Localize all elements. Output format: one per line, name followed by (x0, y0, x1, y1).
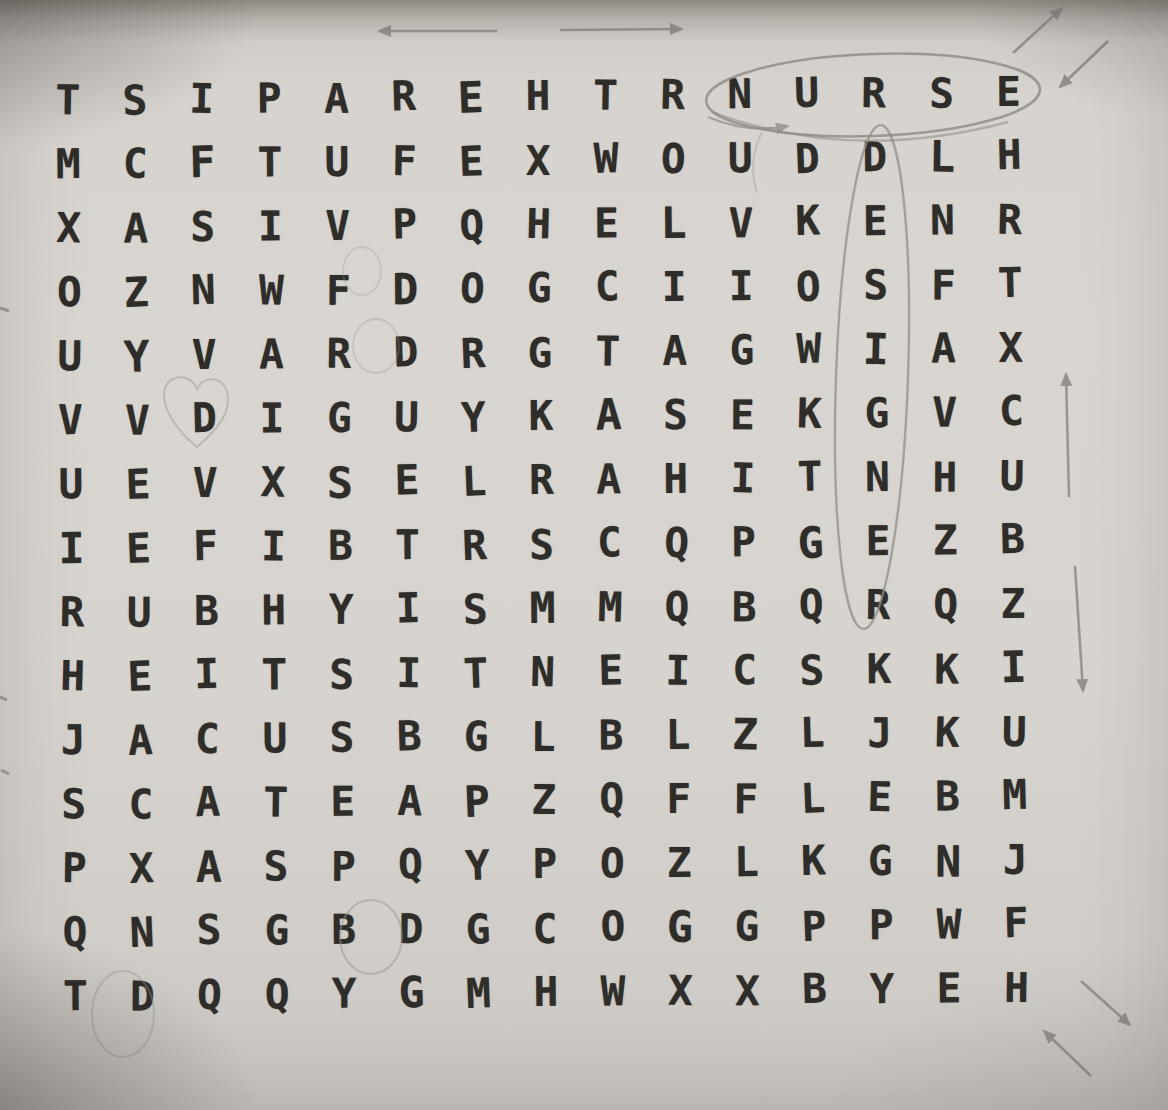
grid-cell-r5c1: U (36, 324, 104, 389)
grid-cell-r12c3: A (174, 769, 243, 835)
grid-cell-r14c4: G (242, 897, 311, 963)
grid-cell-r5c13: I (842, 316, 911, 382)
grid-cell-r6c15: C (977, 378, 1046, 444)
grid-cell-r15c8: H (512, 960, 580, 1025)
grid-cell-r12c8: Z (510, 767, 578, 832)
grid-cell-r10c11: C (711, 638, 779, 703)
grid-cell-r2c4: T (236, 130, 304, 195)
grid-cell-r12c1: S (40, 772, 108, 837)
grid-cell-r12c2: C (107, 772, 175, 836)
grid-cell-r10c9: E (576, 638, 645, 704)
grid-cell-r4c10: I (640, 255, 708, 320)
grid-cell-r10c5: S (308, 643, 376, 707)
grid-cell-r8c14: Z (911, 508, 979, 573)
grid-cell-r12c9: Q (577, 766, 646, 832)
grid-cell-r8c7: R (440, 512, 510, 579)
grid-cell-r11c1: J (39, 708, 107, 773)
grid-cell-r15c2: D (109, 964, 177, 1028)
grid-cell-r10c10: I (643, 638, 711, 703)
grid-cell-r3c12: K (774, 188, 843, 254)
grid-cell-r6c2: V (104, 388, 172, 452)
grid-cell-r10c12: S (777, 637, 847, 704)
grid-cell-r4c1: O (36, 260, 104, 325)
grid-cell-r6c10: S (641, 382, 709, 447)
grid-cell-r13c3: A (175, 835, 243, 900)
grid-cell-r7c1: U (37, 452, 105, 517)
grid-cell-r12c10: F (645, 767, 713, 832)
grid-cell-r1c7: E (436, 64, 506, 131)
grid-cell-r9c2: U (106, 580, 174, 644)
grid-cell-r1c12: U (772, 60, 841, 126)
grid-cell-r6c14: V (910, 380, 978, 445)
grid-cell-r2c15: H (975, 122, 1044, 188)
grid-cell-r2c14: L (908, 124, 976, 189)
grid-cell-r15c6: G (377, 959, 446, 1025)
grid-cell-r12c11: F (712, 767, 780, 831)
grid-cell-r7c9: A (575, 447, 643, 512)
grid-cell-r13c7: Y (443, 832, 513, 899)
grid-cell-r4c9: C (573, 254, 642, 320)
grid-cell-r14c12: P (779, 893, 849, 960)
grid-cell-r9c14: Q (912, 572, 980, 637)
grid-cell-r9c6: I (374, 575, 443, 641)
grid-cell-r4c3: N (169, 257, 238, 323)
grid-cell-r14c11: G (713, 893, 782, 959)
grid-cell-r3c8: H (505, 191, 574, 257)
grid-cell-r2c1: M (34, 132, 102, 197)
grid-cell-r8c11: P (710, 510, 778, 575)
grid-cell-r9c12: Q (777, 572, 846, 638)
grid-cell-r3c3: S (169, 194, 237, 259)
grid-cell-r14c13: P (847, 893, 915, 958)
grid-cell-r5c8: G (507, 321, 575, 385)
grid-cell-r1c11: N (706, 62, 774, 127)
grid-cell-r1c8: H (504, 64, 572, 129)
grid-cell-r1c1: T (34, 68, 102, 133)
grid-cell-r5c15: X (977, 316, 1045, 381)
grid-cell-r7c7: L (439, 448, 509, 515)
grid-cell-r2c11: U (706, 126, 774, 191)
grid-cell-r15c13: Y (848, 957, 916, 1022)
grid-cell-r13c6: Q (376, 831, 445, 897)
grid-cell-r7c13: N (844, 445, 912, 510)
grid-cell-r13c2: X (107, 835, 177, 902)
grid-cell-r13c4: S (242, 834, 310, 899)
grid-cell-r10c3: I (173, 641, 242, 707)
grid-cell-r3c2: A (102, 196, 170, 260)
grid-cell-r1c5: A (303, 67, 371, 131)
arrow-down (1075, 566, 1083, 691)
grid-cell-r7c14: H (911, 445, 979, 509)
grid-cell-r5c12: W (775, 316, 844, 382)
grid-cell-r14c6: D (377, 897, 445, 962)
grid-cell-r12c6: A (375, 768, 444, 834)
grid-cell-r3c4: I (237, 194, 305, 259)
grid-cell-r15c4: Q (243, 962, 311, 1027)
grid-cell-r6c11: E (709, 383, 777, 447)
grid-cell-r9c1: R (38, 580, 106, 645)
grid-cell-r5c9: T (573, 319, 641, 384)
grid-cell-r9c4: H (240, 578, 308, 643)
grid-cell-r9c8: M (509, 576, 577, 641)
grid-cell-r9c5: Y (307, 577, 375, 642)
grid-cell-r7c10: H (642, 447, 710, 512)
grid-cell-r9c11: B (710, 575, 778, 639)
grid-cell-r8c3: F (172, 513, 241, 579)
grid-cell-r10c13: K (845, 637, 913, 702)
grid-cell-r8c6: T (374, 513, 442, 578)
letter-grid: TSIPAREHTRNURSEMCFTUFEXWOUDDLHXASIVPQHEL… (34, 60, 1050, 1029)
grid-cell-r10c7: T (441, 640, 511, 707)
grid-cell-r3c9: E (573, 191, 641, 256)
arrow-down-right (1081, 981, 1130, 1025)
grid-cell-r2c9: W (571, 126, 640, 192)
grid-cell-r3c13: E (841, 189, 909, 254)
grid-cell-r6c4: I (238, 386, 306, 451)
grid-cell-r15c15: H (982, 955, 1050, 1020)
grid-cell-r7c8: R (508, 448, 576, 513)
grid-cell-r14c7: G (443, 896, 513, 963)
grid-cell-r4c14: F (909, 253, 977, 317)
grid-cell-r2c5: U (303, 129, 371, 194)
grid-cell-r5c2: Y (102, 323, 172, 390)
grid-cell-r4c8: G (506, 255, 574, 320)
arrow-down-left (1060, 41, 1108, 87)
grid-cell-r9c13: R (844, 573, 912, 638)
grid-cell-r13c15: J (981, 828, 1049, 893)
grid-cell-r9c15: Z (979, 572, 1047, 637)
edge-speck (1, 770, 9, 774)
grid-cell-r9c9: M (575, 575, 644, 641)
grid-cell-r1c3: I (168, 66, 237, 132)
grid-cell-r7c2: E (103, 451, 173, 518)
grid-cell-r12c15: M (980, 762, 1049, 828)
grid-cell-r2c2: C (101, 131, 170, 197)
grid-cell-r1c4: P (235, 66, 303, 131)
grid-cell-r10c4: T (240, 642, 308, 707)
grid-cell-r14c9: O (578, 894, 647, 960)
grid-cell-r13c12: K (779, 828, 848, 894)
grid-cell-r14c5: B (310, 897, 378, 962)
grid-cell-r4c4: W (237, 258, 305, 323)
grid-cell-r11c11: Z (711, 702, 779, 767)
grid-cell-r4c12: O (774, 253, 844, 320)
grid-cell-r11c13: J (846, 701, 914, 766)
grid-cell-r14c1: Q (41, 900, 109, 965)
grid-cell-r6c13: G (843, 381, 911, 446)
grid-cell-r10c1: H (38, 643, 107, 709)
grid-cell-r10c15: I (979, 634, 1048, 700)
grid-cell-r11c7: G (442, 704, 511, 770)
grid-cell-r15c5: Y (310, 961, 378, 1026)
grid-cell-r10c2: E (105, 643, 175, 710)
grid-cell-r7c5: S (306, 451, 374, 515)
grid-cell-r12c5: E (309, 769, 377, 834)
grid-cell-r8c8: S (508, 513, 576, 577)
grid-cell-r4c7: O (438, 256, 507, 322)
grid-cell-r14c15: F (981, 890, 1050, 956)
grid-cell-r3c14: N (909, 188, 977, 253)
grid-cell-r5c14: A (910, 316, 978, 381)
grid-cell-r7c11: I (709, 445, 778, 511)
grid-cell-r7c12: T (776, 444, 845, 510)
grid-cell-r15c7: M (444, 960, 514, 1027)
grid-cell-r6c7: Y (439, 384, 509, 451)
arrow-up (1066, 374, 1069, 497)
grid-cell-r13c5: P (309, 835, 377, 899)
grid-cell-r1c13: R (840, 61, 908, 126)
grid-cell-r6c3: D (170, 385, 239, 451)
grid-cell-r2c6: F (370, 129, 438, 194)
grid-cell-r3c7: Q (437, 192, 507, 259)
grid-cell-r12c7: P (442, 768, 512, 835)
grid-cell-r15c14: E (915, 956, 983, 1021)
grid-cell-r14c14: W (914, 892, 982, 957)
grid-cell-r6c5: G (305, 385, 374, 451)
grid-cell-r11c12: L (778, 700, 847, 766)
grid-cell-r14c3: S (175, 897, 244, 963)
grid-cell-r11c15: U (980, 699, 1048, 764)
grid-cell-r11c14: K (912, 700, 981, 766)
grid-cell-r8c9: C (575, 510, 644, 576)
edge-speck (0, 697, 7, 700)
grid-cell-r6c12: K (775, 381, 844, 447)
grid-cell-r13c1: P (40, 836, 108, 901)
grid-cell-r14c8: C (512, 897, 580, 961)
grid-cell-r8c2: E (104, 515, 174, 582)
grid-cell-r3c15: R (975, 187, 1044, 253)
grid-cell-r12c13: E (846, 764, 915, 830)
grid-cell-r1c2: S (100, 67, 170, 134)
arrow-up-left (1044, 1031, 1091, 1076)
grid-cell-r3c6: P (370, 191, 439, 257)
grid-cell-r11c8: L (510, 705, 578, 769)
grid-cell-r12c4: T (241, 770, 309, 835)
grid-cell-r4c11: I (707, 254, 775, 319)
grid-cell-r8c15: B (978, 506, 1047, 572)
grid-cell-r7c4: X (238, 449, 307, 515)
arrow-up-right (1013, 8, 1062, 53)
grid-cell-r2c8: X (505, 129, 573, 193)
grid-cell-r2c7: E (437, 128, 507, 195)
grid-cell-r13c8: P (511, 832, 579, 897)
grid-cell-r2c13: D (841, 125, 909, 190)
grid-cell-r12c14: B (914, 764, 982, 829)
grid-cell-r9c7: S (441, 576, 511, 643)
grid-cell-r13c14: N (914, 829, 982, 893)
grid-cell-r14c10: G (646, 894, 714, 959)
grid-cell-r11c10: L (644, 703, 712, 768)
grid-cell-r4c2: Z (102, 259, 172, 326)
grid-cell-r11c2: A (106, 707, 176, 774)
grid-cell-r7c15: U (978, 443, 1046, 508)
grid-cell-r6c6: U (372, 385, 440, 450)
grid-cell-r13c13: G (847, 829, 915, 894)
edge-speck (0, 308, 9, 311)
grid-cell-r7c6: E (373, 447, 442, 513)
grid-cell-r6c9: A (574, 382, 643, 448)
grid-cell-r11c5: S (308, 705, 376, 770)
grid-cell-r11c4: U (241, 706, 309, 771)
grid-cell-r4c5: F (304, 259, 372, 323)
grid-cell-r10c6: I (375, 641, 443, 706)
grid-cell-r8c5: B (307, 513, 375, 578)
grid-cell-r3c1: X (34, 195, 103, 261)
grid-cell-r10c8: N (509, 639, 578, 705)
grid-cell-r8c13: E (844, 509, 912, 574)
arrow-right (560, 29, 682, 30)
grid-cell-r15c1: T (42, 964, 110, 1029)
paper-photo: TSIPAREHTRNURSEMCFTUFEXWOUDDLHXASIVPQHEL… (0, 0, 1168, 1110)
grid-cell-r15c10: X (646, 958, 715, 1024)
grid-cell-r2c3: F (168, 129, 237, 195)
grid-cell-r5c10: A (641, 319, 709, 384)
grid-cell-r13c9: O (578, 831, 646, 896)
grid-cell-r3c11: V (707, 191, 775, 255)
grid-cell-r10c14: K (913, 637, 981, 701)
grid-cell-r5c7: R (438, 320, 508, 387)
grid-cell-r15c3: Q (175, 962, 244, 1028)
grid-cell-r8c10: Q (642, 510, 711, 576)
grid-cell-r15c11: X (714, 959, 782, 1023)
grid-cell-r11c9: B (577, 703, 645, 768)
grid-cell-r1c9: T (571, 63, 639, 128)
grid-cell-r15c9: W (579, 959, 647, 1024)
grid-cell-r14c2: N (107, 899, 177, 966)
grid-cell-r5c5: R (305, 321, 373, 386)
grid-cell-r3c10: L (640, 191, 708, 256)
grid-cell-r8c12: G (776, 509, 846, 576)
grid-cell-r13c11: L (712, 830, 780, 895)
grid-cell-r4c13: S (842, 253, 910, 318)
grid-cell-r8c4: I (239, 514, 307, 579)
grid-cell-r1c6: R (369, 63, 438, 129)
grid-cell-r5c11: G (708, 318, 776, 383)
grid-cell-r6c1: V (37, 388, 105, 453)
grid-cell-r1c10: R (638, 62, 707, 128)
grid-cell-r9c10: Q (643, 575, 711, 640)
grid-cell-r12c12: L (778, 765, 848, 832)
grid-cell-r15c12: B (780, 956, 849, 1022)
grid-cell-r1c14: S (908, 61, 976, 125)
grid-cell-r4c15: T (976, 250, 1045, 316)
grid-cell-r4c6: D (371, 257, 439, 322)
grid-cell-r9c3: B (173, 579, 241, 644)
grid-cell-r7c3: V (171, 450, 239, 515)
grid-cell-r2c12: D (773, 125, 843, 192)
grid-cell-r5c3: V (170, 323, 238, 388)
grid-cell-r6c8: K (507, 384, 575, 449)
grid-cell-r8c1: I (38, 516, 106, 581)
grid-cell-r1c15: E (975, 60, 1043, 125)
grid-cell-r2c10: O (639, 126, 707, 191)
grid-cell-r5c6: D (371, 319, 440, 385)
grid-cell-r13c10: Z (645, 831, 713, 896)
grid-cell-r11c6: B (375, 703, 444, 769)
grid-cell-r5c4: A (238, 322, 306, 387)
grid-cell-r3c5: V (304, 193, 372, 258)
grid-cell-r11c3: C (174, 706, 242, 771)
